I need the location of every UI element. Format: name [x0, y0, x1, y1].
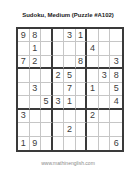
- cell-r8c8-empty: [99, 123, 111, 136]
- cell-r2c1-empty: [18, 42, 30, 55]
- cell-r3c9-given: 3: [110, 56, 122, 69]
- cell-r7c3-empty: [41, 110, 53, 123]
- cell-r7c6-empty: [76, 110, 88, 123]
- cell-r8c4-empty: [53, 123, 65, 136]
- cell-r2c9-empty: [110, 42, 122, 55]
- footer-url: www.mathinenglish.com: [0, 160, 136, 166]
- cell-r7c4-empty: [53, 110, 65, 123]
- cell-r7c5-empty: [64, 110, 76, 123]
- cell-r3c2-given: 2: [30, 56, 42, 69]
- cell-r9c6-empty: [76, 137, 88, 150]
- page-title: Sudoku, Medium (Puzzle #A102): [0, 12, 136, 18]
- sudoku-grid: 9831147283253837155314322196: [16, 27, 124, 152]
- cell-r2c6-empty: [76, 42, 88, 55]
- cell-r5c1-empty: [18, 83, 30, 96]
- cell-r4c8-given: 3: [99, 69, 111, 82]
- cell-r3c3-empty: [41, 56, 53, 69]
- cell-r5c6-empty: [76, 83, 88, 96]
- cell-r4c3-empty: [41, 69, 53, 82]
- cell-r6c6-empty: [76, 96, 88, 109]
- cell-r8c2-empty: [30, 123, 42, 136]
- cell-r1c9-empty: [110, 29, 122, 42]
- cell-r4c9-given: 8: [110, 69, 122, 82]
- cell-r5c7-given: 1: [87, 83, 99, 96]
- cell-r7c2-empty: [30, 110, 42, 123]
- cell-r8c5-given: 2: [64, 123, 76, 136]
- cell-r3c5-empty: [64, 56, 76, 69]
- cell-r2c3-empty: [41, 42, 53, 55]
- cell-r1c6-given: 1: [76, 29, 88, 42]
- cell-r5c2-given: 3: [30, 83, 42, 96]
- cell-r6c1-empty: [18, 96, 30, 109]
- cell-r2c7-given: 4: [87, 42, 99, 55]
- cell-r1c5-given: 3: [64, 29, 76, 42]
- cell-r3c1-given: 7: [18, 56, 30, 69]
- cell-r1c7-empty: [87, 29, 99, 42]
- cell-r3c6-given: 8: [76, 56, 88, 69]
- cell-r3c7-empty: [87, 56, 99, 69]
- cell-r2c5-empty: [64, 42, 76, 55]
- cell-r5c8-empty: [99, 83, 111, 96]
- cell-r1c2-given: 8: [30, 29, 42, 42]
- cell-r5c3-empty: [41, 83, 53, 96]
- cell-r2c2-given: 1: [30, 42, 42, 55]
- cell-r7c8-empty: [99, 110, 111, 123]
- cell-r9c4-empty: [53, 137, 65, 150]
- cell-r8c3-empty: [41, 123, 53, 136]
- cell-r4c5-given: 5: [64, 69, 76, 82]
- cell-r8c1-empty: [18, 123, 30, 136]
- cell-r1c4-empty: [53, 29, 65, 42]
- cell-r8c9-empty: [110, 123, 122, 136]
- cell-r5c9-given: 5: [110, 83, 122, 96]
- cell-r6c5-given: 1: [64, 96, 76, 109]
- cell-r8c7-empty: [87, 123, 99, 136]
- cell-r3c8-empty: [99, 56, 111, 69]
- cell-r9c3-empty: [41, 137, 53, 150]
- cell-r6c4-given: 3: [53, 96, 65, 109]
- cell-r5c4-empty: [53, 83, 65, 96]
- cell-r7c1-given: 3: [18, 110, 30, 123]
- cell-r1c8-empty: [99, 29, 111, 42]
- cell-r6c7-empty: [87, 96, 99, 109]
- cell-r7c9-empty: [110, 110, 122, 123]
- cell-r9c1-given: 1: [18, 137, 30, 150]
- cell-r4c7-empty: [87, 69, 99, 82]
- cell-r2c8-empty: [99, 42, 111, 55]
- cell-r9c2-given: 9: [30, 137, 42, 150]
- cell-r6c2-empty: [30, 96, 42, 109]
- cell-r6c8-empty: [99, 96, 111, 109]
- cell-r6c9-given: 4: [110, 96, 122, 109]
- cell-r4c1-empty: [18, 69, 30, 82]
- cell-r2c4-empty: [53, 42, 65, 55]
- cell-r5c5-given: 7: [64, 83, 76, 96]
- cell-r7c7-given: 2: [87, 110, 99, 123]
- cell-r4c6-empty: [76, 69, 88, 82]
- cell-r9c9-given: 6: [110, 137, 122, 150]
- cell-r1c3-empty: [41, 29, 53, 42]
- cell-r4c2-empty: [30, 69, 42, 82]
- cell-r9c5-empty: [64, 137, 76, 150]
- cell-r8c6-empty: [76, 123, 88, 136]
- cell-r9c8-empty: [99, 137, 111, 150]
- cell-r6c3-given: 5: [41, 96, 53, 109]
- cell-r4c4-given: 2: [53, 69, 65, 82]
- cell-r1c1-given: 9: [18, 29, 30, 42]
- cell-r9c7-empty: [87, 137, 99, 150]
- cell-r3c4-empty: [53, 56, 65, 69]
